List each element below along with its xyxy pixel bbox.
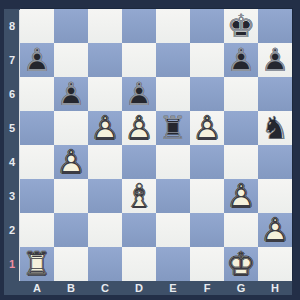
piece-black-pawn: ♟♙ xyxy=(20,43,54,77)
square-h4[interactable] xyxy=(258,145,292,179)
piece-white-pawn: ♟♙ xyxy=(258,213,292,247)
piece-white-pawn: ♟♙ xyxy=(88,111,122,145)
file-labels: ABCDEFGH xyxy=(20,281,292,295)
square-d5[interactable]: ♟♙ xyxy=(122,111,156,145)
piece-glyph-outline: ♙ xyxy=(54,145,88,179)
rank-label-7: 7 xyxy=(4,43,20,77)
square-a5[interactable] xyxy=(20,111,54,145)
square-d6[interactable]: ♟♙ xyxy=(122,77,156,111)
square-d1[interactable] xyxy=(122,247,156,281)
square-a7[interactable]: ♟♙ xyxy=(20,43,54,77)
square-b8[interactable] xyxy=(54,9,88,43)
square-e6[interactable] xyxy=(156,77,190,111)
piece-glyph-outline: ♙ xyxy=(20,43,54,77)
square-b5[interactable] xyxy=(54,111,88,145)
piece-white-king: ♚♔ xyxy=(224,247,258,281)
square-h8[interactable] xyxy=(258,9,292,43)
piece-black-pawn: ♟♙ xyxy=(258,43,292,77)
square-c7[interactable] xyxy=(88,43,122,77)
piece-glyph-outline: ♙ xyxy=(258,43,292,77)
square-d8[interactable] xyxy=(122,9,156,43)
rank-label-1: 1 xyxy=(4,247,20,281)
square-g2[interactable] xyxy=(224,213,258,247)
square-c4[interactable] xyxy=(88,145,122,179)
square-e2[interactable] xyxy=(156,213,190,247)
square-h1[interactable] xyxy=(258,247,292,281)
square-g3[interactable]: ♟♙ xyxy=(224,179,258,213)
rank-label-5: 5 xyxy=(4,111,20,145)
square-b4[interactable]: ♟♙ xyxy=(54,145,88,179)
piece-white-pawn: ♟♙ xyxy=(122,111,156,145)
square-f3[interactable] xyxy=(190,179,224,213)
square-b1[interactable] xyxy=(54,247,88,281)
square-h3[interactable] xyxy=(258,179,292,213)
piece-white-bishop: ♝♗ xyxy=(122,179,156,213)
square-f6[interactable] xyxy=(190,77,224,111)
piece-white-pawn: ♟♙ xyxy=(224,179,258,213)
square-d7[interactable] xyxy=(122,43,156,77)
square-b2[interactable] xyxy=(54,213,88,247)
square-e5[interactable]: ♜♖ xyxy=(156,111,190,145)
square-g6[interactable] xyxy=(224,77,258,111)
rank-label-4: 4 xyxy=(4,145,20,179)
rank-label-3: 3 xyxy=(4,179,20,213)
piece-glyph-outline: ♘ xyxy=(258,111,292,145)
square-d2[interactable] xyxy=(122,213,156,247)
piece-glyph-outline: ♙ xyxy=(122,77,156,111)
piece-glyph-outline: ♖ xyxy=(20,247,54,281)
square-g4[interactable] xyxy=(224,145,258,179)
square-b3[interactable] xyxy=(54,179,88,213)
square-f5[interactable]: ♟♙ xyxy=(190,111,224,145)
square-g8[interactable]: ♚♔ xyxy=(224,9,258,43)
square-g7[interactable]: ♟♙ xyxy=(224,43,258,77)
square-h2[interactable]: ♟♙ xyxy=(258,213,292,247)
gutter-corner xyxy=(4,281,20,295)
piece-white-pawn: ♟♙ xyxy=(190,111,224,145)
piece-glyph-outline: ♗ xyxy=(122,179,156,213)
chess-board: ♚♔♟♙♟♙♟♙♟♙♟♙♟♙♟♙♜♖♟♙♞♘♟♙♝♗♟♙♟♙♜♖♚♔ xyxy=(20,9,292,281)
square-f2[interactable] xyxy=(190,213,224,247)
square-e8[interactable] xyxy=(156,9,190,43)
piece-glyph-outline: ♙ xyxy=(122,111,156,145)
piece-glyph-outline: ♙ xyxy=(54,77,88,111)
piece-glyph-outline: ♔ xyxy=(224,9,258,43)
square-a4[interactable] xyxy=(20,145,54,179)
square-b7[interactable] xyxy=(54,43,88,77)
file-label-d: D xyxy=(122,281,156,295)
square-d4[interactable] xyxy=(122,145,156,179)
file-label-b: B xyxy=(54,281,88,295)
piece-white-pawn: ♟♙ xyxy=(54,145,88,179)
square-f4[interactable] xyxy=(190,145,224,179)
piece-glyph-outline: ♙ xyxy=(88,111,122,145)
square-h7[interactable]: ♟♙ xyxy=(258,43,292,77)
square-h6[interactable] xyxy=(258,77,292,111)
square-e4[interactable] xyxy=(156,145,190,179)
square-g5[interactable] xyxy=(224,111,258,145)
piece-glyph-outline: ♖ xyxy=(156,111,190,145)
piece-glyph-outline: ♔ xyxy=(224,247,258,281)
chess-diagram: 87654321 ♚♔♟♙♟♙♟♙♟♙♟♙♟♙♟♙♜♖♟♙♞♘♟♙♝♗♟♙♟♙♜… xyxy=(0,0,300,300)
square-c2[interactable] xyxy=(88,213,122,247)
square-c5[interactable]: ♟♙ xyxy=(88,111,122,145)
piece-black-rook: ♜♖ xyxy=(156,111,190,145)
square-c3[interactable] xyxy=(88,179,122,213)
square-c6[interactable] xyxy=(88,77,122,111)
piece-black-pawn: ♟♙ xyxy=(122,77,156,111)
rank-label-8: 8 xyxy=(4,9,20,43)
square-f7[interactable] xyxy=(190,43,224,77)
rank-label-2: 2 xyxy=(4,213,20,247)
piece-glyph-outline: ♙ xyxy=(224,43,258,77)
square-e3[interactable] xyxy=(156,179,190,213)
piece-glyph-outline: ♙ xyxy=(190,111,224,145)
file-label-g: G xyxy=(224,281,258,295)
square-a3[interactable] xyxy=(20,179,54,213)
rank-labels: 87654321 xyxy=(4,9,20,281)
piece-black-knight: ♞♘ xyxy=(258,111,292,145)
piece-glyph-outline: ♙ xyxy=(224,179,258,213)
square-c1[interactable] xyxy=(88,247,122,281)
square-h5[interactable]: ♞♘ xyxy=(258,111,292,145)
file-label-c: C xyxy=(88,281,122,295)
board-frame: 87654321 ♚♔♟♙♟♙♟♙♟♙♟♙♟♙♟♙♜♖♟♙♞♘♟♙♝♗♟♙♟♙♜… xyxy=(4,9,292,295)
square-a6[interactable] xyxy=(20,77,54,111)
square-f1[interactable] xyxy=(190,247,224,281)
square-c8[interactable] xyxy=(88,9,122,43)
file-label-h: H xyxy=(258,281,292,295)
square-b6[interactable]: ♟♙ xyxy=(54,77,88,111)
piece-black-pawn: ♟♙ xyxy=(54,77,88,111)
square-a2[interactable] xyxy=(20,213,54,247)
square-g1[interactable]: ♚♔ xyxy=(224,247,258,281)
file-label-e: E xyxy=(156,281,190,295)
piece-black-king: ♚♔ xyxy=(224,9,258,43)
piece-black-pawn: ♟♙ xyxy=(224,43,258,77)
file-label-a: A xyxy=(20,281,54,295)
square-e1[interactable] xyxy=(156,247,190,281)
square-d3[interactable]: ♝♗ xyxy=(122,179,156,213)
piece-white-rook: ♜♖ xyxy=(20,247,54,281)
square-e7[interactable] xyxy=(156,43,190,77)
piece-glyph-outline: ♙ xyxy=(258,213,292,247)
square-a1[interactable]: ♜♖ xyxy=(20,247,54,281)
rank-label-6: 6 xyxy=(4,77,20,111)
square-a8[interactable] xyxy=(20,9,54,43)
file-label-f: F xyxy=(190,281,224,295)
square-f8[interactable] xyxy=(190,9,224,43)
